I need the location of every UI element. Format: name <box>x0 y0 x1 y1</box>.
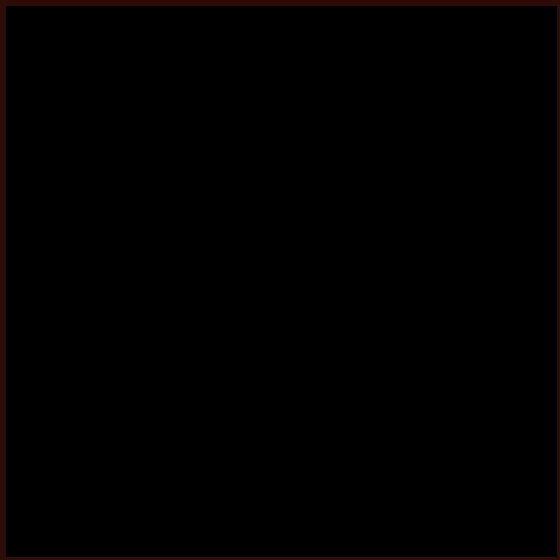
chess-board <box>6 6 557 557</box>
board-frame <box>0 0 560 560</box>
